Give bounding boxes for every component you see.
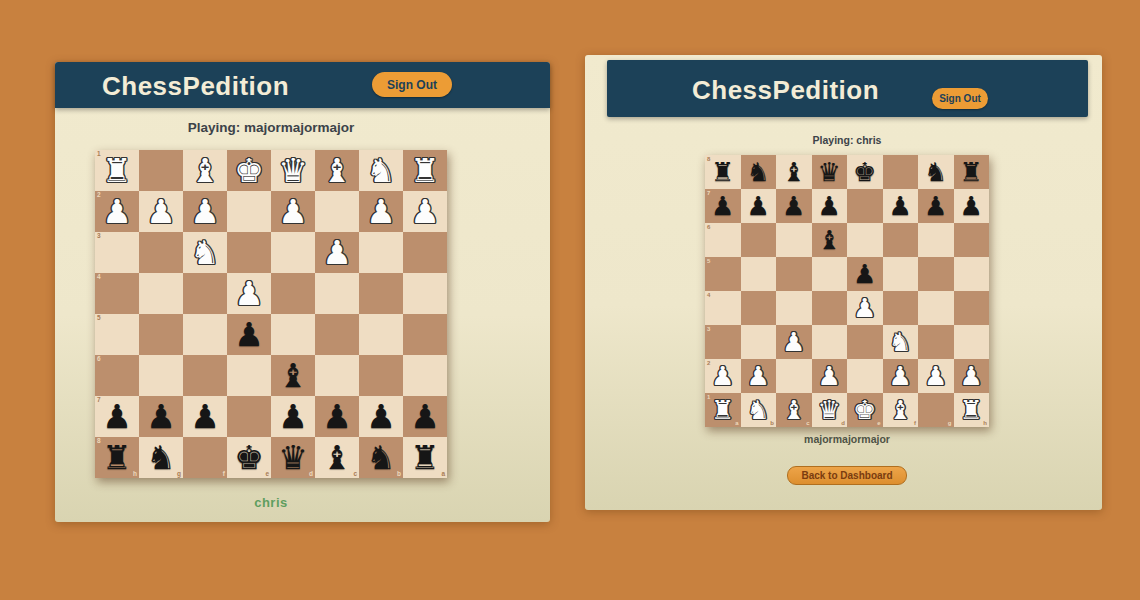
square-c8[interactable]: ♝ [776, 155, 812, 189]
square-d8[interactable]: d♛ [271, 437, 315, 478]
square-h6[interactable] [954, 223, 990, 257]
black-rook-piece[interactable]: ♜ [95, 437, 139, 478]
square-d5[interactable] [271, 314, 315, 355]
square-d2[interactable]: ♟ [271, 191, 315, 232]
square-e4[interactable]: ♟ [847, 291, 883, 325]
black-bishop-piece[interactable]: ♝ [271, 355, 315, 396]
rank-coordinate-label: 4 [97, 274, 101, 281]
square-a6[interactable]: 6 [705, 223, 741, 257]
square-a3[interactable]: 3 [705, 325, 741, 359]
square-b7[interactable]: ♟ [359, 396, 403, 437]
left-game-panel: ChessPedition Sign Out Playing: majormaj… [55, 62, 550, 522]
square-e7[interactable] [227, 396, 271, 437]
black-rook-piece[interactable]: ♜ [954, 155, 990, 189]
square-b1[interactable]: b♞ [741, 393, 777, 427]
square-e5[interactable]: ♟ [227, 314, 271, 355]
square-e6[interactable] [847, 223, 883, 257]
black-knight-piece[interactable]: ♞ [139, 437, 183, 478]
square-f4[interactable] [183, 273, 227, 314]
square-e7[interactable] [847, 189, 883, 223]
file-coordinate-label: g [948, 420, 952, 426]
square-h5[interactable] [954, 257, 990, 291]
square-b3[interactable] [359, 232, 403, 273]
sign-out-button[interactable]: Sign Out [932, 88, 988, 109]
black-bishop-piece[interactable]: ♝ [812, 223, 848, 257]
square-e2[interactable] [847, 359, 883, 393]
square-a1[interactable]: 1a♜ [705, 393, 741, 427]
white-pawn-piece[interactable]: ♟ [403, 191, 447, 232]
square-d1[interactable]: ♛ [271, 150, 315, 191]
square-b6[interactable] [741, 223, 777, 257]
square-g2[interactable]: ♟ [918, 359, 954, 393]
square-a2[interactable]: 2♟ [705, 359, 741, 393]
white-pawn-piece[interactable]: ♟ [918, 359, 954, 393]
square-a4[interactable]: 4 [705, 291, 741, 325]
black-pawn-piece[interactable]: ♟ [776, 189, 812, 223]
square-d2[interactable]: ♟ [812, 359, 848, 393]
white-rook-piece[interactable]: ♜ [95, 150, 139, 191]
square-c4[interactable] [776, 291, 812, 325]
square-b1[interactable]: ♞ [359, 150, 403, 191]
square-a4[interactable] [403, 273, 447, 314]
square-d4[interactable] [812, 291, 848, 325]
square-f5[interactable] [183, 314, 227, 355]
square-h5[interactable]: 5 [95, 314, 139, 355]
black-pawn-piece[interactable]: ♟ [95, 396, 139, 437]
square-e5[interactable]: ♟ [847, 257, 883, 291]
right-navbar: ChessPedition Sign Out [607, 60, 1088, 117]
square-h1[interactable]: h♜ [954, 393, 990, 427]
black-queen-piece[interactable]: ♛ [812, 155, 848, 189]
square-h7[interactable]: ♟ [954, 189, 990, 223]
square-f5[interactable] [883, 257, 919, 291]
square-c4[interactable] [315, 273, 359, 314]
black-pawn-piece[interactable]: ♟ [705, 189, 741, 223]
square-c7[interactable]: ♟ [315, 396, 359, 437]
square-f7[interactable]: ♟ [183, 396, 227, 437]
black-pawn-piece[interactable]: ♟ [315, 396, 359, 437]
square-d6[interactable]: ♝ [271, 355, 315, 396]
square-a5[interactable] [403, 314, 447, 355]
square-h4[interactable] [954, 291, 990, 325]
white-rook-piece[interactable]: ♜ [705, 393, 741, 427]
square-d8[interactable]: ♛ [812, 155, 848, 189]
square-c5[interactable] [315, 314, 359, 355]
square-g8[interactable]: ♞ [918, 155, 954, 189]
rank-coordinate-label: 3 [97, 233, 101, 240]
black-rook-piece[interactable]: ♜ [705, 155, 741, 189]
square-e3[interactable] [227, 232, 271, 273]
white-bishop-piece[interactable]: ♝ [883, 393, 919, 427]
player-name-label: chris [95, 495, 447, 510]
square-g7[interactable]: ♟ [139, 396, 183, 437]
square-e2[interactable] [227, 191, 271, 232]
square-d6[interactable]: ♝ [812, 223, 848, 257]
square-b8[interactable]: b♞ [359, 437, 403, 478]
black-queen-piece[interactable]: ♛ [271, 437, 315, 478]
black-pawn-piece[interactable]: ♟ [741, 189, 777, 223]
opponent-name-label: Playing: majormajormajor [95, 120, 447, 135]
square-h1[interactable]: 1♜ [95, 150, 139, 191]
black-pawn-piece[interactable]: ♟ [812, 189, 848, 223]
square-g4[interactable] [139, 273, 183, 314]
square-g3[interactable] [139, 232, 183, 273]
square-c2[interactable] [776, 359, 812, 393]
square-b8[interactable]: ♞ [741, 155, 777, 189]
white-queen-piece[interactable]: ♛ [812, 393, 848, 427]
white-bishop-piece[interactable]: ♝ [315, 150, 359, 191]
square-g8[interactable]: g♞ [139, 437, 183, 478]
black-pawn-piece[interactable]: ♟ [271, 396, 315, 437]
square-h3[interactable] [954, 325, 990, 359]
square-d7[interactable]: ♟ [271, 396, 315, 437]
white-knight-piece[interactable]: ♞ [883, 325, 919, 359]
square-b2[interactable]: ♟ [359, 191, 403, 232]
rank-coordinate-label: 5 [97, 315, 101, 322]
square-g6[interactable] [139, 355, 183, 396]
black-king-piece[interactable]: ♚ [847, 155, 883, 189]
square-c7[interactable]: ♟ [776, 189, 812, 223]
rank-coordinate-label: 6 [97, 356, 101, 363]
left-navbar: ChessPedition Sign Out [55, 62, 550, 108]
white-pawn-piece[interactable]: ♟ [705, 359, 741, 393]
square-e3[interactable] [847, 325, 883, 359]
white-queen-piece[interactable]: ♛ [271, 150, 315, 191]
square-f1[interactable]: f♝ [883, 393, 919, 427]
right-game-panel: ChessPedition Sign Out Playing: chris 8♜… [585, 55, 1102, 510]
white-bishop-piece[interactable]: ♝ [183, 150, 227, 191]
rank-coordinate-label: 5 [707, 258, 710, 264]
square-h8[interactable]: 8h♜ [95, 437, 139, 478]
square-h6[interactable]: 6 [95, 355, 139, 396]
square-c1[interactable]: c♝ [776, 393, 812, 427]
square-f6[interactable] [183, 355, 227, 396]
square-d1[interactable]: d♛ [812, 393, 848, 427]
black-rook-piece[interactable]: ♜ [403, 437, 447, 478]
square-f4[interactable] [883, 291, 919, 325]
square-d4[interactable] [271, 273, 315, 314]
square-f7[interactable]: ♟ [883, 189, 919, 223]
square-f8[interactable]: f [183, 437, 227, 478]
square-g5[interactable] [918, 257, 954, 291]
square-g1[interactable]: g [918, 393, 954, 427]
square-c6[interactable] [776, 223, 812, 257]
square-b5[interactable] [741, 257, 777, 291]
white-pawn-piece[interactable]: ♟ [954, 359, 990, 393]
square-g5[interactable] [139, 314, 183, 355]
square-a1[interactable]: ♜ [403, 150, 447, 191]
white-pawn-piece[interactable]: ♟ [183, 191, 227, 232]
square-d5[interactable] [812, 257, 848, 291]
black-knight-piece[interactable]: ♞ [359, 437, 403, 478]
white-knight-piece[interactable]: ♞ [183, 232, 227, 273]
black-pawn-piece[interactable]: ♟ [918, 189, 954, 223]
black-pawn-piece[interactable]: ♟ [403, 396, 447, 437]
square-d7[interactable]: ♟ [812, 189, 848, 223]
square-f6[interactable] [883, 223, 919, 257]
rank-coordinate-label: 3 [707, 326, 710, 332]
square-a8[interactable]: 8♜ [705, 155, 741, 189]
black-pawn-piece[interactable]: ♟ [359, 396, 403, 437]
app-title: ChessPedition [102, 71, 289, 102]
square-h2[interactable]: 2♟ [95, 191, 139, 232]
black-knight-piece[interactable]: ♞ [741, 155, 777, 189]
square-c2[interactable] [315, 191, 359, 232]
square-e8[interactable]: ♚ [847, 155, 883, 189]
app-title: ChessPedition [692, 75, 879, 106]
square-c5[interactable] [776, 257, 812, 291]
square-c6[interactable] [315, 355, 359, 396]
square-d3[interactable] [271, 232, 315, 273]
white-knight-piece[interactable]: ♞ [359, 150, 403, 191]
file-coordinate-label: f [223, 471, 225, 478]
square-h8[interactable]: ♜ [954, 155, 990, 189]
rank-coordinate-label: 4 [707, 292, 710, 298]
sign-out-button[interactable]: Sign Out [372, 72, 452, 97]
black-pawn-piece[interactable]: ♟ [227, 314, 271, 355]
black-bishop-piece[interactable]: ♝ [776, 155, 812, 189]
square-f3[interactable]: ♞ [883, 325, 919, 359]
rank-coordinate-label: 6 [707, 224, 710, 230]
black-bishop-piece[interactable]: ♝ [315, 437, 359, 478]
square-g6[interactable] [918, 223, 954, 257]
white-pawn-piece[interactable]: ♟ [812, 359, 848, 393]
white-pawn-piece[interactable]: ♟ [883, 359, 919, 393]
black-pawn-piece[interactable]: ♟ [139, 396, 183, 437]
square-f1[interactable]: ♝ [183, 150, 227, 191]
black-pawn-piece[interactable]: ♟ [847, 257, 883, 291]
white-pawn-piece[interactable]: ♟ [315, 232, 359, 273]
black-pawn-piece[interactable]: ♟ [954, 189, 990, 223]
black-king-piece[interactable]: ♚ [227, 437, 271, 478]
right-chess-board[interactable]: 8♜♞♝♛♚♞♜7♟♟♟♟♟♟♟6♝5♟4♟3♟♞2♟♟♟♟♟♟1a♜b♞c♝d… [705, 155, 989, 427]
white-rook-piece[interactable]: ♜ [954, 393, 990, 427]
square-e6[interactable] [227, 355, 271, 396]
white-king-piece[interactable]: ♚ [847, 393, 883, 427]
white-pawn-piece[interactable]: ♟ [95, 191, 139, 232]
back-to-dashboard-button[interactable]: Back to Dashboard [787, 466, 907, 485]
square-c3[interactable]: ♟ [315, 232, 359, 273]
white-rook-piece[interactable]: ♜ [403, 150, 447, 191]
left-chess-board[interactable]: 1♜♝♚♛♝♞♜2♟♟♟♟♟♟3♞♟4♟5♟6♝7♟♟♟♟♟♟♟8h♜g♞fe♚… [95, 150, 447, 478]
square-b4[interactable] [359, 273, 403, 314]
white-pawn-piece[interactable]: ♟ [741, 359, 777, 393]
square-h4[interactable]: 4 [95, 273, 139, 314]
square-g7[interactable]: ♟ [918, 189, 954, 223]
square-c1[interactable]: ♝ [315, 150, 359, 191]
square-g4[interactable] [918, 291, 954, 325]
square-g2[interactable]: ♟ [139, 191, 183, 232]
square-a8[interactable]: a♜ [403, 437, 447, 478]
black-pawn-piece[interactable]: ♟ [183, 396, 227, 437]
white-pawn-piece[interactable]: ♟ [776, 325, 812, 359]
black-knight-piece[interactable]: ♞ [918, 155, 954, 189]
square-g3[interactable] [918, 325, 954, 359]
white-bishop-piece[interactable]: ♝ [776, 393, 812, 427]
square-a6[interactable] [403, 355, 447, 396]
square-f8[interactable] [883, 155, 919, 189]
square-h7[interactable]: 7♟ [95, 396, 139, 437]
square-b5[interactable] [359, 314, 403, 355]
square-e8[interactable]: e♚ [227, 437, 271, 478]
white-pawn-piece[interactable]: ♟ [271, 191, 315, 232]
square-b4[interactable] [741, 291, 777, 325]
square-b7[interactable]: ♟ [741, 189, 777, 223]
square-h3[interactable]: 3 [95, 232, 139, 273]
square-e4[interactable]: ♟ [227, 273, 271, 314]
white-king-piece[interactable]: ♚ [227, 150, 271, 191]
square-f2[interactable]: ♟ [883, 359, 919, 393]
app-background: { "game": "chess", "position": { "fen": … [0, 0, 1140, 600]
black-pawn-piece[interactable]: ♟ [883, 189, 919, 223]
opponent-name-label: Playing: chris [705, 134, 989, 146]
square-c3[interactable]: ♟ [776, 325, 812, 359]
square-b6[interactable] [359, 355, 403, 396]
square-b2[interactable]: ♟ [741, 359, 777, 393]
square-e1[interactable]: ♚ [227, 150, 271, 191]
square-f2[interactable]: ♟ [183, 191, 227, 232]
square-a7[interactable]: ♟ [403, 396, 447, 437]
white-pawn-piece[interactable]: ♟ [359, 191, 403, 232]
square-d3[interactable] [812, 325, 848, 359]
square-a3[interactable] [403, 232, 447, 273]
square-a2[interactable]: ♟ [403, 191, 447, 232]
white-pawn-piece[interactable]: ♟ [227, 273, 271, 314]
white-pawn-piece[interactable]: ♟ [139, 191, 183, 232]
square-e1[interactable]: e♚ [847, 393, 883, 427]
square-b3[interactable] [741, 325, 777, 359]
white-knight-piece[interactable]: ♞ [741, 393, 777, 427]
square-a5[interactable]: 5 [705, 257, 741, 291]
square-c8[interactable]: c♝ [315, 437, 359, 478]
white-pawn-piece[interactable]: ♟ [847, 291, 883, 325]
square-g1[interactable] [139, 150, 183, 191]
square-a7[interactable]: 7♟ [705, 189, 741, 223]
player-name-label: majormajormajor [705, 433, 989, 445]
square-h2[interactable]: ♟ [954, 359, 990, 393]
square-f3[interactable]: ♞ [183, 232, 227, 273]
